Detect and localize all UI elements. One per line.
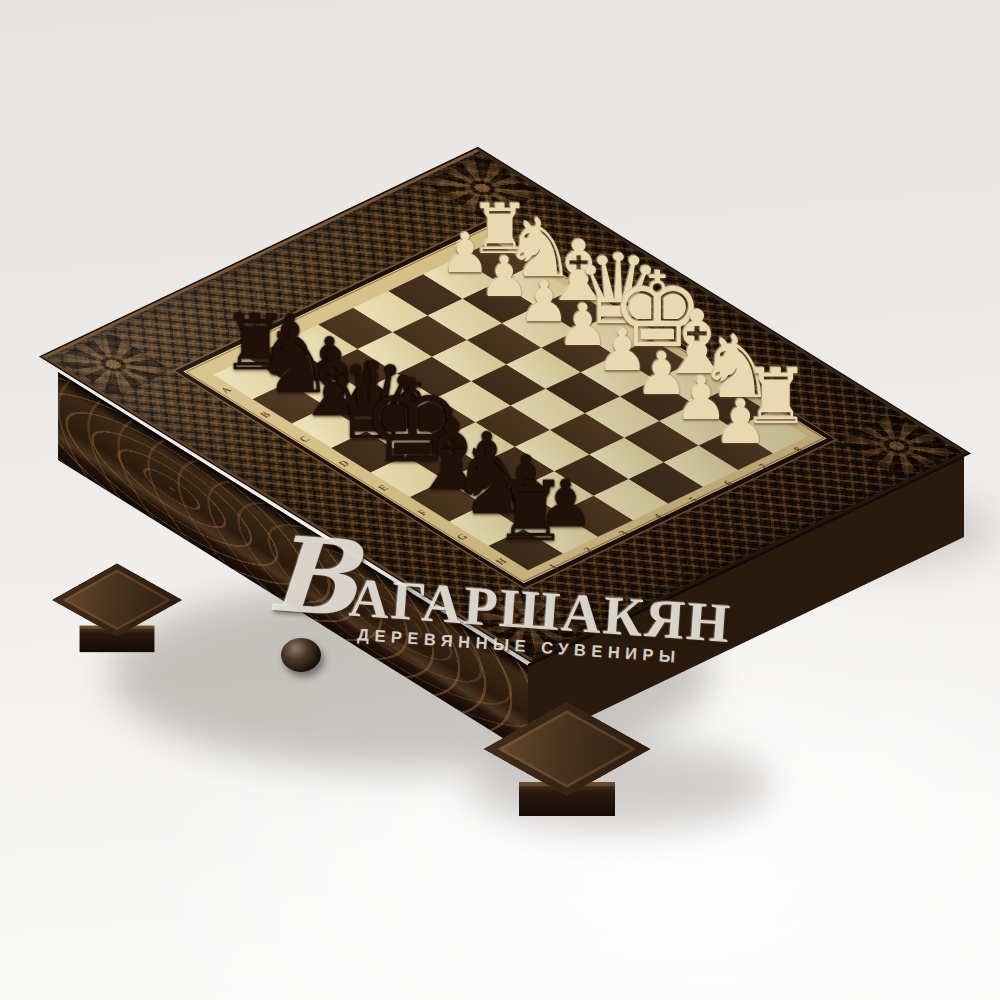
drawer-knob xyxy=(281,638,321,672)
carved-foot-front xyxy=(508,690,626,816)
product-photo-scene: ♜♟♟♜♞♟♟♞♝♟♟♝♛♟♟♛♚♟♟♚♝♟♟♝♞♟♟♞♜♟♟♜ABCDEFGH… xyxy=(0,0,1000,1000)
black-rook-icon: ♜ xyxy=(460,470,600,553)
carved-foot-left xyxy=(71,554,163,652)
foot-top xyxy=(52,563,182,636)
foot-top xyxy=(484,702,651,795)
white-pawn-icon: ♟ xyxy=(670,391,810,452)
